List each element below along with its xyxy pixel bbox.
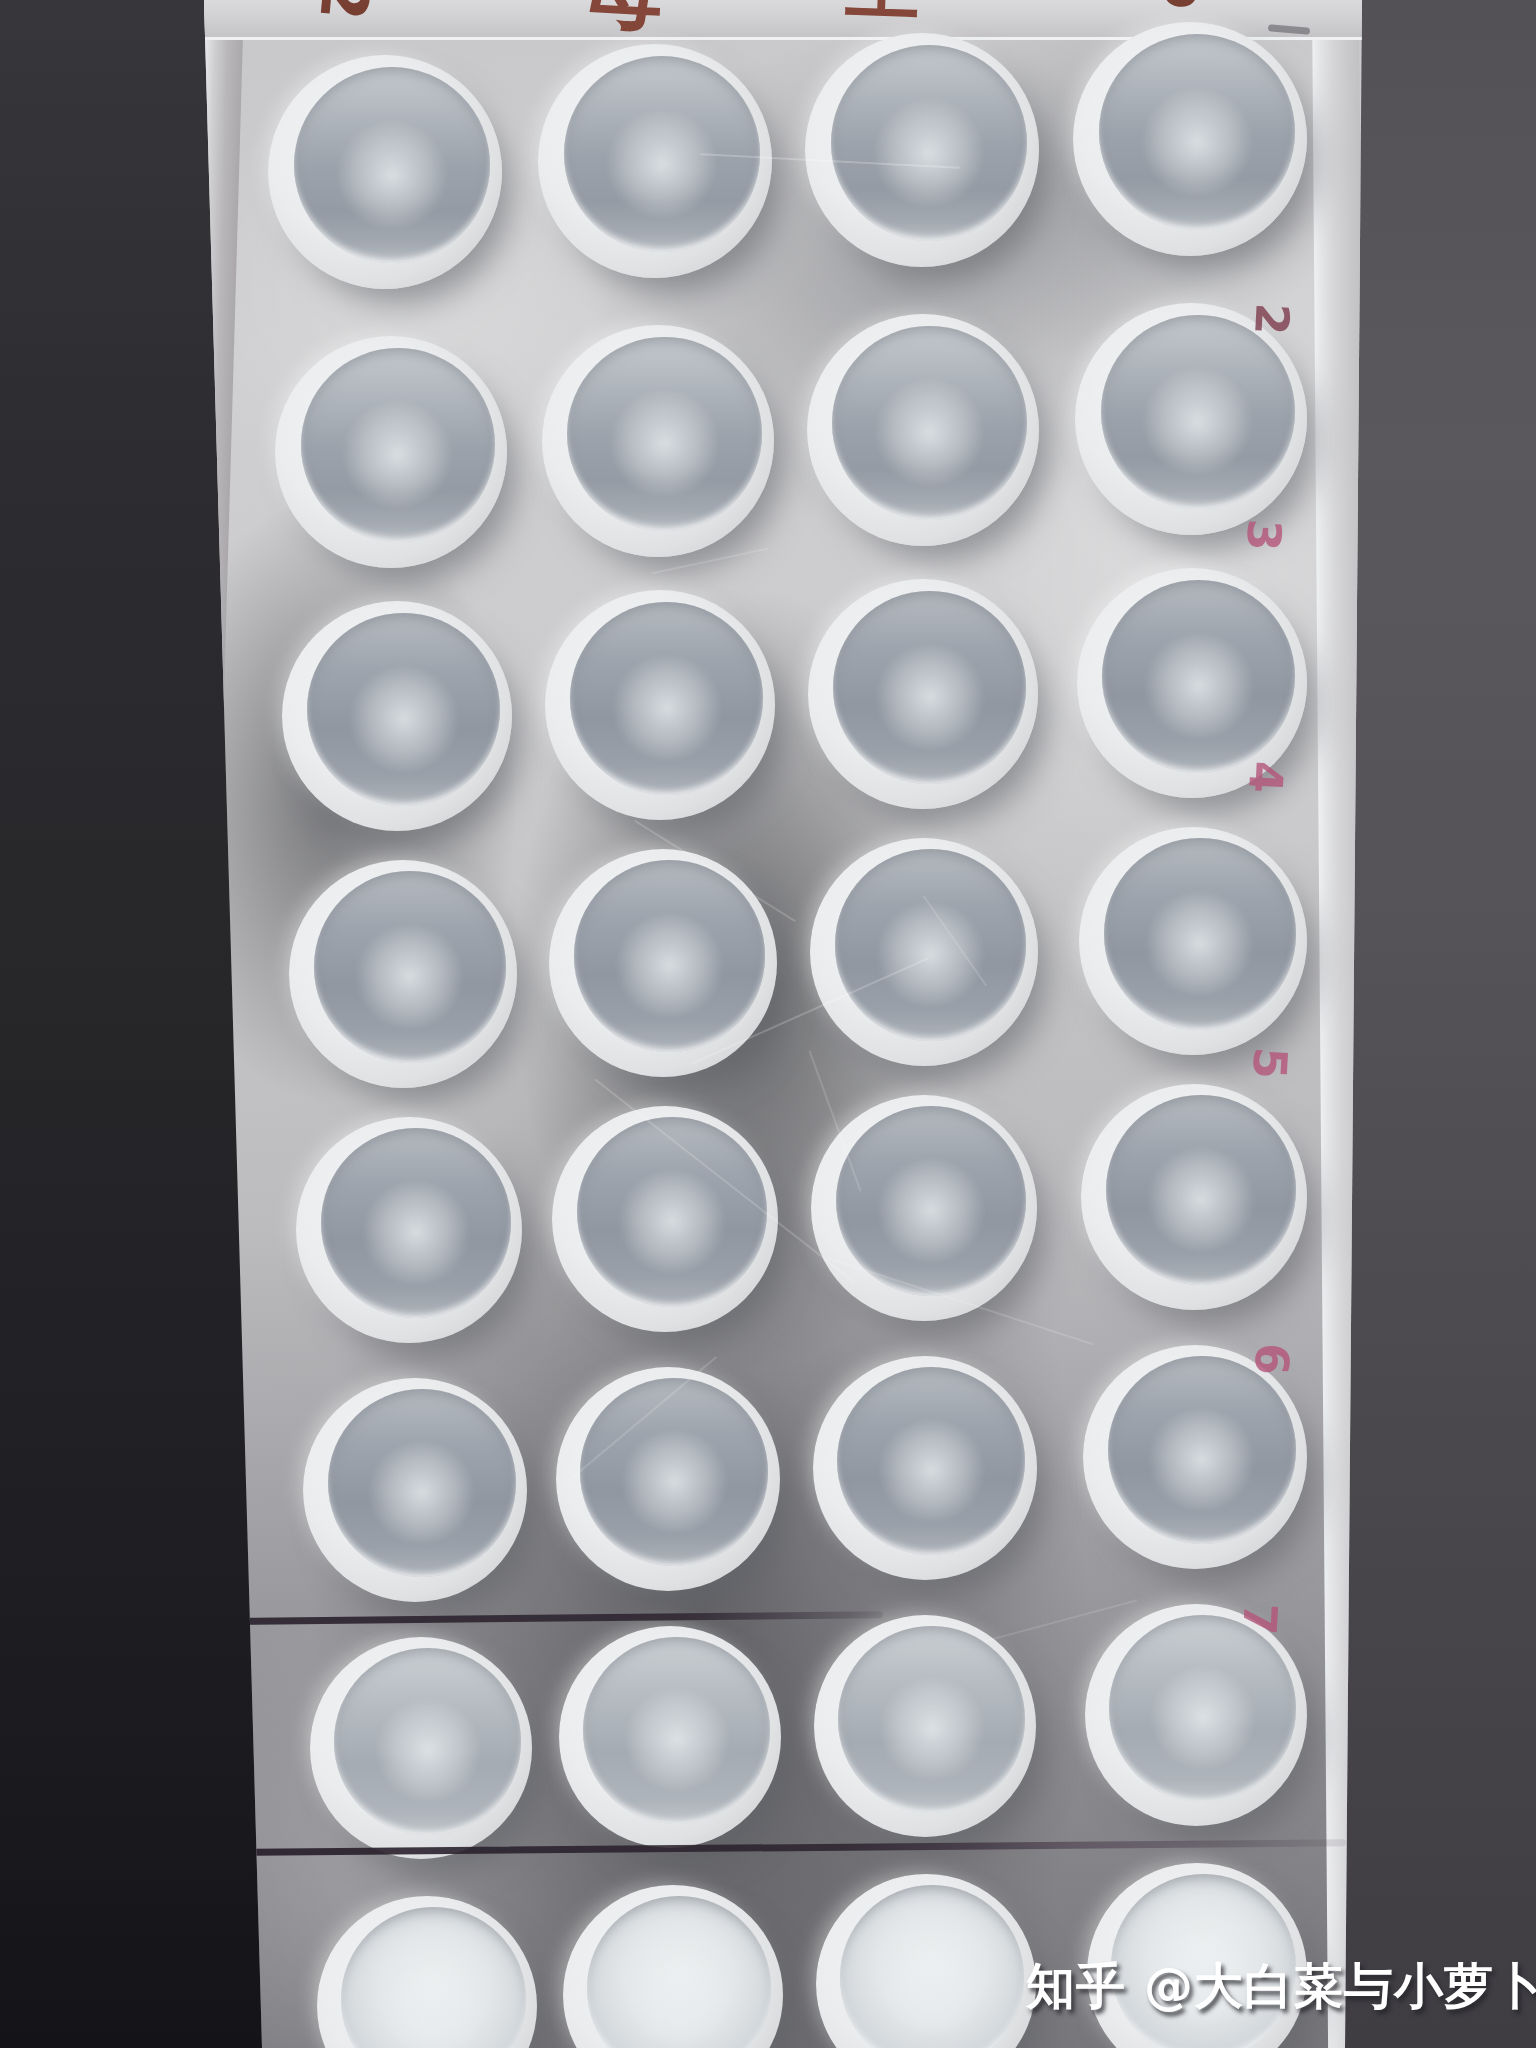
well-r7c2-cavity (583, 1637, 769, 1823)
well-r7c3-cavity (838, 1626, 1024, 1812)
right-edge-row-number-7: 7 (1236, 1602, 1284, 1636)
well-r5c1 (296, 1117, 522, 1343)
well-r6c4 (1083, 1345, 1307, 1569)
well-r1c1 (268, 55, 502, 289)
well-r2c4-cavity (1101, 315, 1296, 510)
well-r3c1-cavity (307, 613, 500, 806)
well-r1c1-cavity (294, 67, 491, 264)
well-r5c4-cavity (1106, 1095, 1296, 1285)
well-r7c4 (1085, 1604, 1307, 1826)
well-r6c3-cavity (837, 1367, 1025, 1555)
right-edge-row-number-2: 2 (1248, 302, 1296, 336)
right-edge-row-number-3: 3 (1240, 518, 1288, 552)
well-r4c3 (810, 838, 1038, 1066)
well-r8c2-cavity (587, 1896, 772, 2048)
well-r2c3 (807, 314, 1039, 546)
well-r7c1-cavity (334, 1648, 520, 1834)
zhihu-watermark: 知乎 @大白菜与小萝卜 (1026, 1954, 1536, 2020)
well-r4c1-cavity (314, 871, 506, 1063)
well-r3c1 (282, 601, 512, 831)
well-r4c1 (289, 860, 517, 1088)
well-r8c3-cavity (840, 1885, 1025, 2048)
well-r3c3 (808, 579, 1038, 809)
well-r8c1-cavity (341, 1907, 526, 2048)
well-r3c2 (545, 590, 775, 820)
well-r4c2 (549, 849, 777, 1077)
well-r1c3 (805, 33, 1039, 267)
well-r2c3-cavity (832, 326, 1027, 521)
top-edge-handwriting-2: 每 (576, 0, 671, 34)
well-r5c3-cavity (836, 1106, 1026, 1296)
well-r2c2-cavity (567, 337, 762, 532)
well-r1c4 (1073, 22, 1307, 256)
well-r4c2-cavity (574, 860, 766, 1052)
well-r4c3-cavity (835, 849, 1027, 1041)
top-edge-handwriting-3: 上 (845, 0, 922, 23)
well-r6c1-cavity (328, 1389, 516, 1577)
well-r4c4-cavity (1104, 838, 1296, 1030)
well-r6c2 (556, 1367, 780, 1591)
right-edge-row-number-5: 5 (1246, 1046, 1294, 1080)
well-r1c2 (538, 44, 772, 278)
well-r6c4-cavity (1108, 1356, 1296, 1544)
photo-canvas: 2每上0234567 知乎 @大白菜与小萝卜 (0, 0, 1536, 2048)
well-r6c3 (813, 1356, 1037, 1580)
well-r5c1-cavity (321, 1128, 511, 1318)
right-edge-row-number-6: 6 (1248, 1342, 1296, 1376)
well-r5c2 (552, 1106, 778, 1332)
well-r7c3 (814, 1615, 1036, 1837)
well-r2c1 (275, 336, 507, 568)
well-r1c3-cavity (831, 45, 1028, 242)
well-r2c4 (1075, 303, 1307, 535)
well-r5c3 (811, 1095, 1037, 1321)
well-r2c2 (542, 325, 774, 557)
well-r5c2-cavity (577, 1117, 767, 1307)
well-r4c4 (1079, 827, 1307, 1055)
well-r3c2-cavity (570, 602, 763, 795)
right-edge-row-number-4: 4 (1242, 760, 1290, 794)
well-r3c4-cavity (1102, 580, 1295, 773)
well-r3c3-cavity (833, 591, 1026, 784)
well-r7c2 (559, 1626, 781, 1848)
well-r2c1-cavity (301, 348, 496, 543)
well-r6c2-cavity (580, 1378, 768, 1566)
well-r1c4-cavity (1099, 34, 1296, 231)
well-r6c1 (303, 1378, 527, 1602)
well-r7c1 (310, 1637, 532, 1859)
well-r7c4-cavity (1109, 1615, 1295, 1801)
well-r5c4 (1081, 1084, 1307, 1310)
